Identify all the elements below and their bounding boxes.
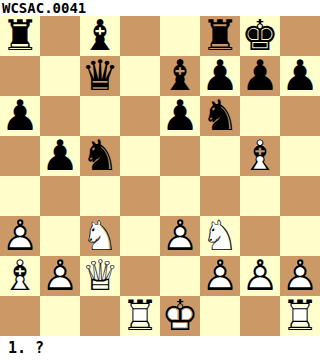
square-e6[interactable]: ♟ xyxy=(160,96,200,136)
square-a5[interactable] xyxy=(0,136,40,176)
black-pawn-piece: ♟ xyxy=(40,136,80,176)
square-f5[interactable] xyxy=(200,136,240,176)
black-pawn-piece: ♟ xyxy=(280,56,320,96)
white-king-fill: ♚ xyxy=(160,296,200,336)
white-rook-fill: ♜ xyxy=(280,296,320,336)
square-e3[interactable]: ♟♙ xyxy=(160,216,200,256)
white-knight-fill: ♞ xyxy=(80,216,120,256)
black-knight-piece: ♞ xyxy=(200,96,240,136)
square-b8[interactable] xyxy=(40,16,80,56)
square-e5[interactable] xyxy=(160,136,200,176)
black-knight-piece: ♞ xyxy=(80,136,120,176)
white-pawn-piece: ♙ xyxy=(40,256,80,296)
square-b6[interactable] xyxy=(40,96,80,136)
square-e4[interactable] xyxy=(160,176,200,216)
white-pawn-fill: ♟ xyxy=(280,256,320,296)
square-b2[interactable]: ♟♙ xyxy=(40,256,80,296)
square-d5[interactable] xyxy=(120,136,160,176)
square-b7[interactable] xyxy=(40,56,80,96)
square-g6[interactable] xyxy=(240,96,280,136)
white-pawn-fill: ♟ xyxy=(40,256,80,296)
white-rook-piece: ♖ xyxy=(120,296,160,336)
square-c5[interactable]: ♞ xyxy=(80,136,120,176)
black-pawn-piece: ♟ xyxy=(0,96,40,136)
white-bishop-fill: ♝ xyxy=(240,136,280,176)
white-bishop-piece: ♗ xyxy=(0,256,40,296)
puzzle-title: WCSAC.0041 xyxy=(0,0,320,16)
black-rook-piece: ♜ xyxy=(200,16,240,56)
white-pawn-piece: ♙ xyxy=(0,216,40,256)
square-f3[interactable]: ♞♘ xyxy=(200,216,240,256)
square-c1[interactable] xyxy=(80,296,120,336)
square-g1[interactable] xyxy=(240,296,280,336)
chess-puzzle-page: WCSAC.0041 ♜♝♜♚♛♝♟♟♟♟♟♞♟♞♝♗♟♙♞♘♟♙♞♘♝♗♟♙♛… xyxy=(0,0,320,360)
square-e8[interactable] xyxy=(160,16,200,56)
white-knight-piece: ♘ xyxy=(200,216,240,256)
square-h1[interactable]: ♜♖ xyxy=(280,296,320,336)
square-h7[interactable]: ♟ xyxy=(280,56,320,96)
white-pawn-piece: ♙ xyxy=(280,256,320,296)
square-c8[interactable]: ♝ xyxy=(80,16,120,56)
move-prompt: 1. ? xyxy=(0,336,320,360)
square-b4[interactable] xyxy=(40,176,80,216)
square-e7[interactable]: ♝ xyxy=(160,56,200,96)
square-f1[interactable] xyxy=(200,296,240,336)
white-pawn-fill: ♟ xyxy=(240,256,280,296)
square-c3[interactable]: ♞♘ xyxy=(80,216,120,256)
square-g2[interactable]: ♟♙ xyxy=(240,256,280,296)
black-pawn-piece: ♟ xyxy=(240,56,280,96)
black-pawn-piece: ♟ xyxy=(200,56,240,96)
square-b5[interactable]: ♟ xyxy=(40,136,80,176)
white-pawn-piece: ♙ xyxy=(160,216,200,256)
black-king-piece: ♚ xyxy=(240,16,280,56)
square-h8[interactable] xyxy=(280,16,320,56)
square-g5[interactable]: ♝♗ xyxy=(240,136,280,176)
square-g7[interactable]: ♟ xyxy=(240,56,280,96)
white-bishop-fill: ♝ xyxy=(0,256,40,296)
square-a6[interactable]: ♟ xyxy=(0,96,40,136)
square-h4[interactable] xyxy=(280,176,320,216)
white-pawn-fill: ♟ xyxy=(200,256,240,296)
square-d1[interactable]: ♜♖ xyxy=(120,296,160,336)
square-f6[interactable]: ♞ xyxy=(200,96,240,136)
square-c6[interactable] xyxy=(80,96,120,136)
square-c2[interactable]: ♛♕ xyxy=(80,256,120,296)
square-a8[interactable]: ♜ xyxy=(0,16,40,56)
chess-board: ♜♝♜♚♛♝♟♟♟♟♟♞♟♞♝♗♟♙♞♘♟♙♞♘♝♗♟♙♛♕♟♙♟♙♟♙♜♖♚♔… xyxy=(0,16,320,336)
white-king-piece: ♔ xyxy=(160,296,200,336)
white-bishop-piece: ♗ xyxy=(240,136,280,176)
white-pawn-piece: ♙ xyxy=(240,256,280,296)
black-pawn-piece: ♟ xyxy=(160,96,200,136)
square-g4[interactable] xyxy=(240,176,280,216)
white-pawn-fill: ♟ xyxy=(160,216,200,256)
white-pawn-fill: ♟ xyxy=(0,216,40,256)
black-queen-piece: ♛ xyxy=(80,56,120,96)
square-h6[interactable] xyxy=(280,96,320,136)
white-rook-piece: ♖ xyxy=(280,296,320,336)
square-d6[interactable] xyxy=(120,96,160,136)
white-knight-fill: ♞ xyxy=(200,216,240,256)
square-d7[interactable] xyxy=(120,56,160,96)
square-f7[interactable]: ♟ xyxy=(200,56,240,96)
square-c7[interactable]: ♛ xyxy=(80,56,120,96)
square-b1[interactable] xyxy=(40,296,80,336)
square-h2[interactable]: ♟♙ xyxy=(280,256,320,296)
square-f4[interactable] xyxy=(200,176,240,216)
square-h5[interactable] xyxy=(280,136,320,176)
square-a4[interactable] xyxy=(0,176,40,216)
square-f8[interactable]: ♜ xyxy=(200,16,240,56)
square-e1[interactable]: ♚♔ xyxy=(160,296,200,336)
square-h3[interactable] xyxy=(280,216,320,256)
square-a1[interactable] xyxy=(0,296,40,336)
square-g8[interactable]: ♚ xyxy=(240,16,280,56)
black-rook-piece: ♜ xyxy=(0,16,40,56)
white-rook-fill: ♜ xyxy=(120,296,160,336)
square-a7[interactable] xyxy=(0,56,40,96)
white-knight-piece: ♘ xyxy=(80,216,120,256)
square-g3[interactable] xyxy=(240,216,280,256)
square-e2[interactable] xyxy=(160,256,200,296)
white-queen-fill: ♛ xyxy=(80,256,120,296)
square-a3[interactable]: ♟♙ xyxy=(0,216,40,256)
white-queen-piece: ♕ xyxy=(80,256,120,296)
square-f2[interactable]: ♟♙ xyxy=(200,256,240,296)
black-bishop-piece: ♝ xyxy=(160,56,200,96)
square-b3[interactable] xyxy=(40,216,80,256)
square-d3[interactable] xyxy=(120,216,160,256)
white-pawn-piece: ♙ xyxy=(200,256,240,296)
square-a2[interactable]: ♝♗ xyxy=(0,256,40,296)
square-c4[interactable] xyxy=(80,176,120,216)
square-d2[interactable] xyxy=(120,256,160,296)
square-d8[interactable] xyxy=(120,16,160,56)
square-d4[interactable] xyxy=(120,176,160,216)
black-bishop-piece: ♝ xyxy=(80,16,120,56)
